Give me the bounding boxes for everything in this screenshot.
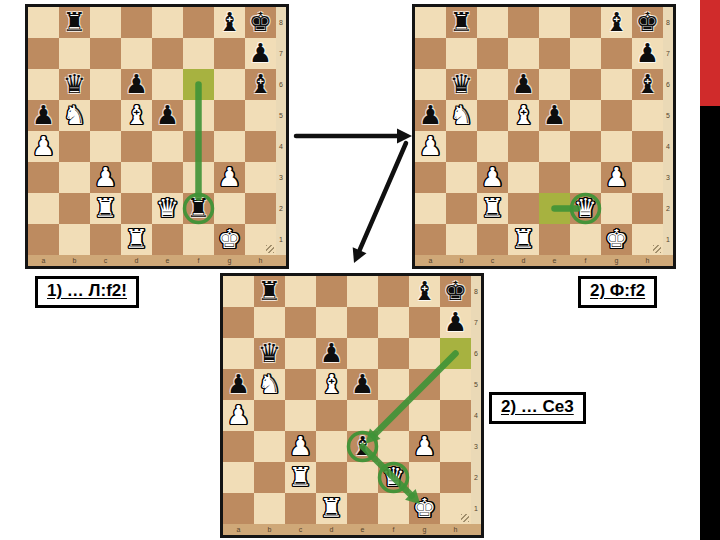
square-c1: [90, 224, 121, 255]
square-h6: [440, 338, 471, 369]
white-rook-d1: ♜: [320, 495, 343, 521]
square-f6: [570, 69, 601, 100]
square-c4: [477, 131, 508, 162]
move-label-2: 2) Ф:f2: [578, 276, 657, 308]
square-a6: [223, 338, 254, 369]
square-f1: [570, 224, 601, 255]
square-d5: ♝: [316, 369, 347, 400]
square-c5: [477, 100, 508, 131]
square-g1: ♚: [409, 493, 440, 524]
accent-strip-red: [700, 0, 720, 106]
square-b2: [446, 193, 477, 224]
white-knight-b5: ♞: [258, 371, 281, 397]
square-g1: ♚: [601, 224, 632, 255]
square-b5: ♞: [59, 100, 90, 131]
square-a6: [28, 69, 59, 100]
black-bishop-g8: ♝: [413, 278, 436, 304]
square-e8: [347, 276, 378, 307]
resize-handle-icon: [653, 245, 661, 253]
white-rook-c2: ♜: [481, 195, 504, 221]
rank-label-4: 4: [663, 131, 673, 162]
rank-label-1: 1: [663, 224, 673, 255]
square-e3: [539, 162, 570, 193]
square-e6: [347, 338, 378, 369]
black-bishop-h6: ♝: [249, 71, 272, 97]
square-h4: [632, 131, 663, 162]
white-king-g1: ♚: [413, 495, 436, 521]
square-g7: [409, 307, 440, 338]
square-b3: [254, 431, 285, 462]
square-c2: ♜: [477, 193, 508, 224]
square-a1: [415, 224, 446, 255]
square-h3: [245, 162, 276, 193]
square-h8: ♚: [440, 276, 471, 307]
square-a1: [28, 224, 59, 255]
square-b1: [446, 224, 477, 255]
board-corner: [471, 524, 481, 535]
square-e6: [539, 69, 570, 100]
file-label-a: a: [28, 255, 59, 266]
square-e4: [152, 131, 183, 162]
black-rook-b8: ♜: [450, 9, 473, 35]
board-corner: [663, 255, 673, 266]
black-bishop-h6: ♝: [636, 71, 659, 97]
square-a6: [415, 69, 446, 100]
file-label-g: g: [409, 524, 440, 535]
square-b7: [59, 38, 90, 69]
black-bishop-e3: ♝: [351, 433, 374, 459]
square-d4: [508, 131, 539, 162]
square-f6: [183, 69, 214, 100]
square-a5: ♟: [28, 100, 59, 131]
rank-label-5: 5: [276, 100, 286, 131]
square-d3: [316, 431, 347, 462]
rank-label-5: 5: [471, 369, 481, 400]
board-after-2-queen-takes-f2: ♜♝♚8♟7♛♟♝6♟♞♝♟5♟4♟♟3♜♛2♜♚1abcdefgh: [412, 4, 676, 269]
white-bishop-d5: ♝: [320, 371, 343, 397]
square-g7: [601, 38, 632, 69]
square-h5: [632, 100, 663, 131]
square-g2: [214, 193, 245, 224]
square-h6: ♝: [245, 69, 276, 100]
square-d1: ♜: [121, 224, 152, 255]
board-after-1-rook-takes-f2: ♜♝♚8♟7♛♟♝6♟♞♝♟5♟4♟♟3♜♛♜2♜♚1abcdefgh: [25, 4, 289, 269]
square-b4: [254, 400, 285, 431]
square-f7: [183, 38, 214, 69]
board-corner: [276, 255, 286, 266]
square-a2: [415, 193, 446, 224]
square-c8: [285, 276, 316, 307]
rank-label-2: 2: [663, 193, 673, 224]
square-c5: [90, 100, 121, 131]
black-pawn-a5: ♟: [227, 371, 250, 397]
square-b6: ♛: [446, 69, 477, 100]
black-queen-b6: ♛: [450, 71, 473, 97]
square-b4: [446, 131, 477, 162]
square-c4: [285, 400, 316, 431]
square-g8: ♝: [409, 276, 440, 307]
rank-label-8: 8: [276, 7, 286, 38]
square-b8: ♜: [446, 7, 477, 38]
square-f7: [378, 307, 409, 338]
square-e1: [539, 224, 570, 255]
square-e3: ♝: [347, 431, 378, 462]
square-g6: [601, 69, 632, 100]
square-f4: [570, 131, 601, 162]
square-h2: [245, 193, 276, 224]
square-h3: [440, 431, 471, 462]
square-h7: ♟: [440, 307, 471, 338]
white-pawn-c3: ♟: [289, 433, 312, 459]
square-f3: [570, 162, 601, 193]
file-label-f: f: [378, 524, 409, 535]
square-e8: [152, 7, 183, 38]
square-c5: [285, 369, 316, 400]
square-a4: ♟: [223, 400, 254, 431]
square-h5: [245, 100, 276, 131]
square-e2: [539, 193, 570, 224]
square-f2: ♛: [570, 193, 601, 224]
square-d8: [121, 7, 152, 38]
black-pawn-h7: ♟: [444, 309, 467, 335]
file-label-h: h: [440, 524, 471, 535]
square-h2: [632, 193, 663, 224]
square-g4: [409, 400, 440, 431]
square-e5: ♟: [539, 100, 570, 131]
rank-label-2: 2: [471, 462, 481, 493]
move-label-3: 2) … Се3: [489, 392, 586, 424]
white-rook-c2: ♜: [289, 464, 312, 490]
square-e4: [539, 131, 570, 162]
white-knight-b5: ♞: [63, 102, 86, 128]
square-g7: [214, 38, 245, 69]
black-queen-b6: ♛: [258, 340, 281, 366]
rank-label-8: 8: [663, 7, 673, 38]
slide-canvas: { "game": "chess", "slide": { "backgroun…: [0, 0, 720, 540]
rank-label-6: 6: [663, 69, 673, 100]
square-a7: [28, 38, 59, 69]
square-e4: [347, 400, 378, 431]
white-pawn-c3: ♟: [94, 164, 117, 190]
square-f6: [378, 338, 409, 369]
square-d7: [316, 307, 347, 338]
white-pawn-g3: ♟: [413, 433, 436, 459]
rank-label-1: 1: [471, 493, 481, 524]
square-g2: [409, 462, 440, 493]
square-d7: [121, 38, 152, 69]
square-b2: [254, 462, 285, 493]
square-e7: [152, 38, 183, 69]
file-label-e: e: [152, 255, 183, 266]
resize-handle-icon: [461, 514, 469, 522]
rank-label-3: 3: [276, 162, 286, 193]
square-g3: ♟: [409, 431, 440, 462]
black-rook-b8: ♜: [63, 9, 86, 35]
square-a8: [415, 7, 446, 38]
white-bishop-d5: ♝: [512, 102, 535, 128]
file-label-h: h: [632, 255, 663, 266]
rank-label-6: 6: [471, 338, 481, 369]
square-a4: ♟: [415, 131, 446, 162]
square-h2: [440, 462, 471, 493]
square-d6: ♟: [508, 69, 539, 100]
white-rook-d1: ♜: [125, 226, 148, 252]
square-f2: ♛: [378, 462, 409, 493]
square-f8: [378, 276, 409, 307]
square-c3: ♟: [90, 162, 121, 193]
square-c8: [477, 7, 508, 38]
white-bishop-d5: ♝: [125, 102, 148, 128]
white-pawn-c3: ♟: [481, 164, 504, 190]
file-label-g: g: [214, 255, 245, 266]
square-e3: [152, 162, 183, 193]
square-c4: [90, 131, 121, 162]
square-b8: ♜: [59, 7, 90, 38]
black-pawn-e5: ♟: [156, 102, 179, 128]
square-c6: [285, 338, 316, 369]
white-pawn-a4: ♟: [419, 133, 442, 159]
black-pawn-h7: ♟: [249, 40, 272, 66]
square-f1: [183, 224, 214, 255]
square-b5: ♞: [254, 369, 285, 400]
file-label-b: b: [59, 255, 90, 266]
square-b4: [59, 131, 90, 162]
square-d1: ♜: [316, 493, 347, 524]
square-b6: ♛: [59, 69, 90, 100]
square-a8: [223, 276, 254, 307]
file-label-a: a: [223, 524, 254, 535]
rank-label-6: 6: [276, 69, 286, 100]
file-label-c: c: [285, 524, 316, 535]
rank-label-7: 7: [471, 307, 481, 338]
file-label-d: d: [121, 255, 152, 266]
square-b7: [254, 307, 285, 338]
square-g6: [214, 69, 245, 100]
square-f5: [570, 100, 601, 131]
square-c7: [90, 38, 121, 69]
square-b1: [59, 224, 90, 255]
black-king-h8: ♚: [636, 9, 659, 35]
square-a7: [415, 38, 446, 69]
square-a3: [28, 162, 59, 193]
white-pawn-a4: ♟: [32, 133, 55, 159]
square-c7: [477, 38, 508, 69]
square-d6: ♟: [316, 338, 347, 369]
square-g5: [214, 100, 245, 131]
file-label-f: f: [183, 255, 214, 266]
square-f7: [570, 38, 601, 69]
rank-label-7: 7: [663, 38, 673, 69]
rank-label-1: 1: [276, 224, 286, 255]
square-f5: [183, 100, 214, 131]
square-c6: [90, 69, 121, 100]
square-d8: [316, 276, 347, 307]
square-c1: [477, 224, 508, 255]
black-pawn-a5: ♟: [32, 102, 55, 128]
rank-label-3: 3: [471, 431, 481, 462]
square-f8: [570, 7, 601, 38]
white-rook-c2: ♜: [94, 195, 117, 221]
square-e2: ♛: [152, 193, 183, 224]
square-h7: ♟: [632, 38, 663, 69]
black-pawn-e5: ♟: [351, 371, 374, 397]
white-queen-f2: ♛: [574, 195, 597, 221]
file-label-b: b: [446, 255, 477, 266]
square-h8: ♚: [632, 7, 663, 38]
square-a1: [223, 493, 254, 524]
file-label-b: b: [254, 524, 285, 535]
square-g8: ♝: [214, 7, 245, 38]
square-g5: [409, 369, 440, 400]
file-label-e: e: [347, 524, 378, 535]
square-d5: ♝: [508, 100, 539, 131]
square-a5: ♟: [223, 369, 254, 400]
square-g3: ♟: [214, 162, 245, 193]
square-h7: ♟: [245, 38, 276, 69]
file-label-d: d: [508, 255, 539, 266]
rank-label-7: 7: [276, 38, 286, 69]
square-c1: [285, 493, 316, 524]
square-h8: ♚: [245, 7, 276, 38]
accent-strip-black: [700, 106, 720, 540]
square-b7: [446, 38, 477, 69]
square-a5: ♟: [415, 100, 446, 131]
black-queen-b6: ♛: [63, 71, 86, 97]
square-d4: [316, 400, 347, 431]
square-f2: ♜: [183, 193, 214, 224]
square-d8: [508, 7, 539, 38]
square-b8: ♜: [254, 276, 285, 307]
square-f4: [183, 131, 214, 162]
rank-label-5: 5: [663, 100, 673, 131]
file-label-d: d: [316, 524, 347, 535]
square-f5: [378, 369, 409, 400]
square-e2: [347, 462, 378, 493]
square-d1: ♜: [508, 224, 539, 255]
square-d2: [316, 462, 347, 493]
rank-label-2: 2: [276, 193, 286, 224]
file-label-h: h: [245, 255, 276, 266]
square-c8: [90, 7, 121, 38]
file-label-e: e: [539, 255, 570, 266]
white-rook-d1: ♜: [512, 226, 535, 252]
black-pawn-a5: ♟: [419, 102, 442, 128]
square-h3: [632, 162, 663, 193]
black-pawn-d6: ♟: [320, 340, 343, 366]
square-b3: [59, 162, 90, 193]
square-f1: [378, 493, 409, 524]
square-h5: [440, 369, 471, 400]
square-d6: ♟: [121, 69, 152, 100]
square-d7: [508, 38, 539, 69]
square-b1: [254, 493, 285, 524]
square-e1: [347, 493, 378, 524]
square-b6: ♛: [254, 338, 285, 369]
square-h6: ♝: [632, 69, 663, 100]
black-pawn-d6: ♟: [512, 71, 535, 97]
square-g8: ♝: [601, 7, 632, 38]
square-g5: [601, 100, 632, 131]
square-c6: [477, 69, 508, 100]
square-e7: [347, 307, 378, 338]
square-d2: [508, 193, 539, 224]
square-d3: [121, 162, 152, 193]
square-h4: [440, 400, 471, 431]
square-g3: ♟: [601, 162, 632, 193]
square-f4: [378, 400, 409, 431]
square-c3: ♟: [285, 431, 316, 462]
move-label-1: 1) … Л:f2!: [35, 276, 139, 308]
square-e5: ♟: [152, 100, 183, 131]
square-d5: ♝: [121, 100, 152, 131]
rank-label-4: 4: [471, 400, 481, 431]
square-h4: [245, 131, 276, 162]
black-rook-b8: ♜: [258, 278, 281, 304]
white-knight-b5: ♞: [450, 102, 473, 128]
square-a2: [223, 462, 254, 493]
black-pawn-e5: ♟: [543, 102, 566, 128]
file-label-f: f: [570, 255, 601, 266]
white-pawn-g3: ♟: [218, 164, 241, 190]
square-g4: [214, 131, 245, 162]
black-king-h8: ♚: [249, 9, 272, 35]
white-king-g1: ♚: [605, 226, 628, 252]
black-pawn-d6: ♟: [125, 71, 148, 97]
black-rook-f2: ♜: [187, 195, 210, 221]
square-d3: [508, 162, 539, 193]
file-label-c: c: [477, 255, 508, 266]
square-d4: [121, 131, 152, 162]
square-e8: [539, 7, 570, 38]
square-f3: [378, 431, 409, 462]
square-c2: ♜: [285, 462, 316, 493]
white-queen-e2: ♛: [156, 195, 179, 221]
square-a8: [28, 7, 59, 38]
black-king-h8: ♚: [444, 278, 467, 304]
white-queen-f2: ♛: [382, 464, 405, 490]
rank-label-8: 8: [471, 276, 481, 307]
white-pawn-a4: ♟: [227, 402, 250, 428]
square-e1: [152, 224, 183, 255]
white-pawn-g3: ♟: [605, 164, 628, 190]
black-bishop-g8: ♝: [218, 9, 241, 35]
board-after-2-bishop-e3: ♜♝♚8♟7♛♟6♟♞♝♟5♟4♟♝♟3♜♛2♜♚1abcdefgh: [220, 273, 484, 538]
square-a3: [223, 431, 254, 462]
square-b5: ♞: [446, 100, 477, 131]
square-d2: [121, 193, 152, 224]
square-a7: [223, 307, 254, 338]
board-grid: ♜♝♚8♟7♛♟♝6♟♞♝♟5♟4♟♟3♜♛2♜♚1abcdefgh: [415, 7, 673, 266]
square-a3: [415, 162, 446, 193]
square-g6: [409, 338, 440, 369]
square-a2: [28, 193, 59, 224]
board-grid: ♜♝♚8♟7♛♟6♟♞♝♟5♟4♟♝♟3♜♛2♜♚1abcdefgh: [223, 276, 481, 535]
flow-arrow-board2-to-board3: [353, 143, 406, 263]
square-g4: [601, 131, 632, 162]
file-label-g: g: [601, 255, 632, 266]
square-e6: [152, 69, 183, 100]
square-g2: [601, 193, 632, 224]
white-king-g1: ♚: [218, 226, 241, 252]
square-e7: [539, 38, 570, 69]
square-c2: ♜: [90, 193, 121, 224]
square-c7: [285, 307, 316, 338]
square-a4: ♟: [28, 131, 59, 162]
file-label-a: a: [415, 255, 446, 266]
square-b3: [446, 162, 477, 193]
rank-label-3: 3: [663, 162, 673, 193]
board-grid: ♜♝♚8♟7♛♟♝6♟♞♝♟5♟4♟♟3♜♛♜2♜♚1abcdefgh: [28, 7, 286, 266]
